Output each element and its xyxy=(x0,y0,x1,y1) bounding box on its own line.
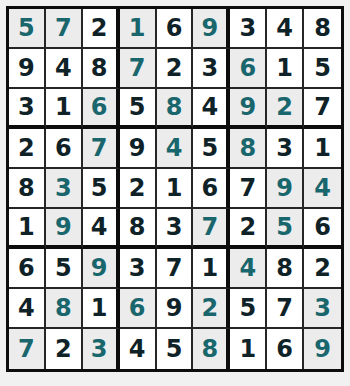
cell-r1c9[interactable]: 8 xyxy=(304,9,341,49)
cell-r8c5[interactable]: 9 xyxy=(157,289,194,329)
cell-r5c9[interactable]: 4 xyxy=(304,169,341,209)
cell-r3c7[interactable]: 9 xyxy=(230,89,267,129)
cell-r1c5[interactable]: 6 xyxy=(157,9,194,49)
cell-r9c9[interactable]: 9 xyxy=(304,329,341,369)
cell-r7c7[interactable]: 4 xyxy=(230,249,267,289)
cell-r8c4[interactable]: 6 xyxy=(120,289,157,329)
cell-r8c9[interactable]: 3 xyxy=(304,289,341,329)
cell-r9c1[interactable]: 7 xyxy=(9,329,46,369)
cell-r9c5[interactable]: 5 xyxy=(157,329,194,369)
cell-r5c3[interactable]: 5 xyxy=(83,169,120,209)
cell-r5c4[interactable]: 2 xyxy=(120,169,157,209)
cell-r8c1[interactable]: 4 xyxy=(9,289,46,329)
cell-r8c8[interactable]: 7 xyxy=(267,289,304,329)
cell-r3c4[interactable]: 5 xyxy=(120,89,157,129)
cell-r7c4[interactable]: 3 xyxy=(120,249,157,289)
cell-r4c4[interactable]: 9 xyxy=(120,129,157,169)
cell-r6c9[interactable]: 6 xyxy=(304,209,341,249)
cell-r6c7[interactable]: 2 xyxy=(230,209,267,249)
cell-r5c8[interactable]: 9 xyxy=(267,169,304,209)
cell-r4c8[interactable]: 3 xyxy=(267,129,304,169)
cell-r6c5[interactable]: 3 xyxy=(157,209,194,249)
cell-r3c6[interactable]: 4 xyxy=(193,89,230,129)
cell-r1c2[interactable]: 7 xyxy=(46,9,83,49)
cell-r5c7[interactable]: 7 xyxy=(230,169,267,209)
cell-r3c3[interactable]: 6 xyxy=(83,89,120,129)
cell-r2c4[interactable]: 7 xyxy=(120,49,157,89)
cell-r4c9[interactable]: 1 xyxy=(304,129,341,169)
cell-r8c6[interactable]: 2 xyxy=(193,289,230,329)
cell-r8c2[interactable]: 8 xyxy=(46,289,83,329)
cell-r7c5[interactable]: 7 xyxy=(157,249,194,289)
cell-r3c5[interactable]: 8 xyxy=(157,89,194,129)
cell-r2c1[interactable]: 9 xyxy=(9,49,46,89)
cell-r1c1[interactable]: 5 xyxy=(9,9,46,49)
cell-r7c9[interactable]: 2 xyxy=(304,249,341,289)
cell-r9c2[interactable]: 2 xyxy=(46,329,83,369)
cell-r1c6[interactable]: 9 xyxy=(193,9,230,49)
cell-r6c2[interactable]: 9 xyxy=(46,209,83,249)
cell-r4c2[interactable]: 6 xyxy=(46,129,83,169)
cell-r2c2[interactable]: 4 xyxy=(46,49,83,89)
cell-r2c9[interactable]: 5 xyxy=(304,49,341,89)
cell-r2c7[interactable]: 6 xyxy=(230,49,267,89)
cell-r9c3[interactable]: 3 xyxy=(83,329,120,369)
cell-r4c7[interactable]: 8 xyxy=(230,129,267,169)
cell-r1c4[interactable]: 1 xyxy=(120,9,157,49)
cell-r9c6[interactable]: 8 xyxy=(193,329,230,369)
cell-r2c8[interactable]: 1 xyxy=(267,49,304,89)
page-background: { "game": "sudoku", "state": "solved", "… xyxy=(0,0,350,386)
cell-r9c4[interactable]: 4 xyxy=(120,329,157,369)
cell-r7c3[interactable]: 9 xyxy=(83,249,120,289)
cell-r4c6[interactable]: 5 xyxy=(193,129,230,169)
cell-r5c5[interactable]: 1 xyxy=(157,169,194,209)
cell-r8c7[interactable]: 5 xyxy=(230,289,267,329)
cell-r1c8[interactable]: 4 xyxy=(267,9,304,49)
cell-r3c8[interactable]: 2 xyxy=(267,89,304,129)
cell-r1c7[interactable]: 3 xyxy=(230,9,267,49)
cell-r4c5[interactable]: 4 xyxy=(157,129,194,169)
cell-r1c3[interactable]: 2 xyxy=(83,9,120,49)
cell-r6c4[interactable]: 8 xyxy=(120,209,157,249)
cell-r8c3[interactable]: 1 xyxy=(83,289,120,329)
cell-r3c9[interactable]: 7 xyxy=(304,89,341,129)
cell-r4c1[interactable]: 2 xyxy=(9,129,46,169)
cell-r7c8[interactable]: 8 xyxy=(267,249,304,289)
cell-r2c6[interactable]: 3 xyxy=(193,49,230,89)
cell-r7c1[interactable]: 6 xyxy=(9,249,46,289)
cell-r6c3[interactable]: 4 xyxy=(83,209,120,249)
cell-r5c6[interactable]: 6 xyxy=(193,169,230,209)
cell-r3c1[interactable]: 3 xyxy=(9,89,46,129)
cell-r5c2[interactable]: 3 xyxy=(46,169,83,209)
cell-r2c3[interactable]: 8 xyxy=(83,49,120,89)
cell-r4c3[interactable]: 7 xyxy=(83,129,120,169)
cell-r2c5[interactable]: 2 xyxy=(157,49,194,89)
cell-r7c6[interactable]: 1 xyxy=(193,249,230,289)
sudoku-board: 5721693489487236153165849272679458318352… xyxy=(6,6,344,372)
cell-r9c7[interactable]: 1 xyxy=(230,329,267,369)
cell-r6c8[interactable]: 5 xyxy=(267,209,304,249)
cell-r6c6[interactable]: 7 xyxy=(193,209,230,249)
cell-r9c8[interactable]: 6 xyxy=(267,329,304,369)
cell-r7c2[interactable]: 5 xyxy=(46,249,83,289)
cell-r3c2[interactable]: 1 xyxy=(46,89,83,129)
cell-r6c1[interactable]: 1 xyxy=(9,209,46,249)
cell-r5c1[interactable]: 8 xyxy=(9,169,46,209)
